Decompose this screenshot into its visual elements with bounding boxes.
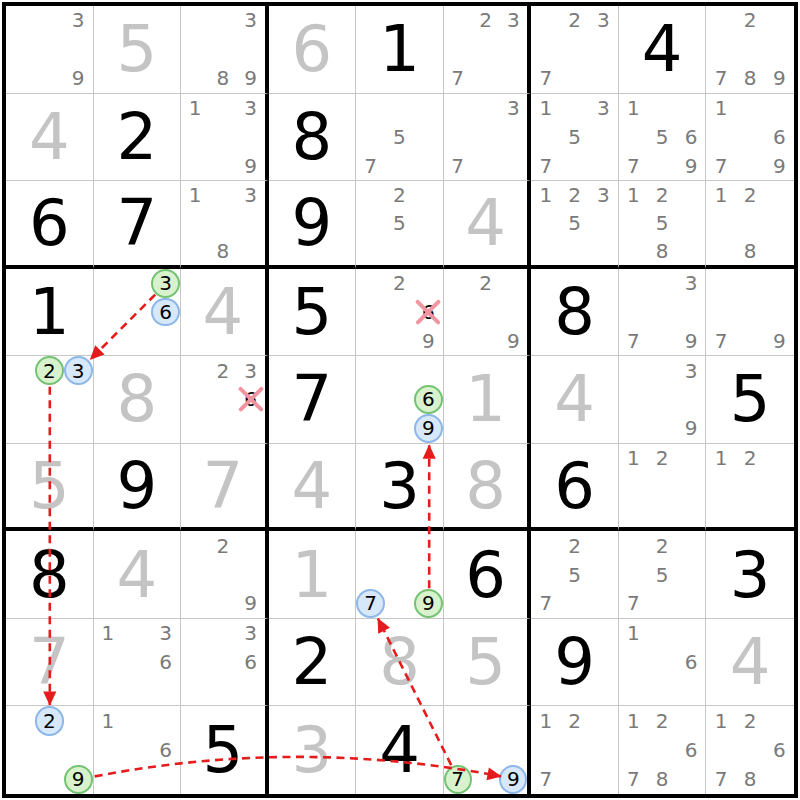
- candidate-9-blue-circle[interactable]: 9: [414, 414, 443, 443]
- cell-r8c9[interactable]: 4: [706, 619, 794, 707]
- cell-r5c8[interactable]: 39: [619, 356, 707, 444]
- candidate-9[interactable]: 9: [237, 151, 265, 180]
- cell-r4c1[interactable]: 1: [6, 269, 94, 357]
- cell-r3c9[interactable]: 128: [706, 181, 794, 269]
- solved-digit: 5: [94, 6, 181, 93]
- cell-r2c5[interactable]: 57: [356, 94, 444, 182]
- candidate-1[interactable]: 1: [94, 706, 123, 735]
- cell-r5c3[interactable]: 236: [181, 356, 269, 444]
- candidate-6[interactable]: 6: [237, 648, 265, 677]
- cell-r6c9[interactable]: 12: [706, 444, 794, 532]
- candidate-9[interactable]: 9: [765, 64, 794, 93]
- cell-r5c5[interactable]: 69: [356, 356, 444, 444]
- candidate-1[interactable]: 1: [531, 94, 560, 123]
- candidate-9[interactable]: 9: [765, 151, 794, 180]
- candidate-5[interactable]: 5: [385, 209, 414, 237]
- candidate-7[interactable]: 7: [619, 765, 648, 794]
- cell-r8c3[interactable]: 36: [181, 619, 269, 707]
- candidate-5[interactable]: 5: [648, 122, 677, 151]
- solved-digit: 4: [181, 269, 265, 356]
- given-digit: 2: [269, 619, 356, 706]
- candidate-5[interactable]: 5: [648, 560, 677, 589]
- cell-r5c6[interactable]: 1: [444, 356, 532, 444]
- cell-r4c7[interactable]: 8: [531, 269, 619, 357]
- cell-r8c5[interactable]: 8: [356, 619, 444, 707]
- cell-r7c9[interactable]: 3: [706, 531, 794, 619]
- cell-r5c1[interactable]: 23: [6, 356, 94, 444]
- solved-digit: 1: [269, 531, 356, 618]
- candidate-9[interactable]: 9: [64, 64, 93, 93]
- cell-r5c4[interactable]: 7: [269, 356, 357, 444]
- candidate-9-green-circle[interactable]: 9: [414, 589, 443, 618]
- cell-r2c8[interactable]: 15679: [619, 94, 707, 182]
- candidate-7[interactable]: 7: [619, 589, 648, 618]
- given-digit: 7: [269, 356, 356, 443]
- candidate-1[interactable]: 1: [531, 181, 560, 209]
- candidate-3[interactable]: 3: [499, 94, 527, 123]
- candidate-9[interactable]: 9: [677, 151, 706, 180]
- candidate-1[interactable]: 1: [531, 706, 560, 735]
- candidate-2[interactable]: 2: [736, 6, 765, 35]
- cell-r9c8[interactable]: 12678: [619, 706, 707, 794]
- cell-r4c6[interactable]: 29: [444, 269, 532, 357]
- candidate-1[interactable]: 1: [619, 706, 648, 735]
- cell-r9c5[interactable]: 4: [356, 706, 444, 794]
- cell-r9c2[interactable]: 16: [94, 706, 182, 794]
- candidate-7[interactable]: 7: [444, 64, 472, 93]
- candidate-1[interactable]: 1: [181, 94, 209, 123]
- candidate-3[interactable]: 3: [589, 181, 618, 209]
- solved-digit: 5: [6, 444, 93, 528]
- candidate-5[interactable]: 5: [560, 560, 589, 589]
- candidate-3[interactable]: 3: [677, 269, 706, 298]
- cell-r4c2[interactable]: 36: [94, 269, 182, 357]
- cell-r2c1[interactable]: 4: [6, 94, 94, 182]
- candidate-7[interactable]: 7: [356, 151, 385, 180]
- candidate-3[interactable]: 3: [589, 94, 618, 123]
- cell-r7c5[interactable]: 79: [356, 531, 444, 619]
- given-digit: 6: [444, 531, 528, 618]
- candidate-1[interactable]: 1: [619, 94, 648, 123]
- cell-r7c8[interactable]: 257: [619, 531, 707, 619]
- cell-r3c2[interactable]: 7: [94, 181, 182, 269]
- candidate-2[interactable]: 2: [648, 706, 677, 735]
- candidate-2[interactable]: 2: [209, 531, 237, 560]
- candidate-7[interactable]: 7: [531, 151, 560, 180]
- candidate-3[interactable]: 3: [499, 6, 527, 35]
- candidate-3[interactable]: 3: [237, 181, 265, 209]
- cell-r3c5[interactable]: 25: [356, 181, 444, 269]
- candidate-2[interactable]: 2: [472, 6, 500, 35]
- candidate-2[interactable]: 2: [736, 444, 765, 472]
- solved-digit: 4: [706, 619, 794, 706]
- candidate-5[interactable]: 5: [385, 122, 414, 151]
- solved-digit: 4: [269, 444, 356, 528]
- cell-r6c8[interactable]: 12: [619, 444, 707, 532]
- candidate-2[interactable]: 2: [472, 269, 500, 298]
- candidate-8[interactable]: 8: [648, 237, 677, 265]
- candidate-3[interactable]: 3: [237, 356, 265, 385]
- candidate-9[interactable]: 9: [237, 589, 265, 618]
- given-digit: 8: [269, 94, 356, 181]
- given-digit: 5: [269, 269, 356, 356]
- cell-r5c2[interactable]: 8: [94, 356, 182, 444]
- candidate-2[interactable]: 2: [385, 181, 414, 209]
- candidate-6[interactable]: 6: [677, 648, 706, 677]
- candidate-9[interactable]: 9: [677, 326, 706, 355]
- cell-r9c3[interactable]: 5: [181, 706, 269, 794]
- solved-digit: 8: [94, 356, 181, 443]
- candidate-9[interactable]: 9: [414, 326, 443, 355]
- candidate-3-blue-circle[interactable]: 3: [64, 356, 93, 385]
- given-digit: 5: [706, 356, 794, 443]
- candidate-7-blue-circle[interactable]: 7: [356, 589, 385, 618]
- candidate-6-green-circle[interactable]: 6: [414, 385, 443, 414]
- solved-digit: 8: [444, 444, 528, 528]
- solved-digit: 4: [94, 531, 181, 618]
- candidate-7[interactable]: 7: [619, 151, 648, 180]
- cell-r8c2[interactable]: 136: [94, 619, 182, 707]
- cell-r3c1[interactable]: 6: [6, 181, 94, 269]
- candidate-9-blue-circle[interactable]: 9: [499, 765, 527, 794]
- candidate-2[interactable]: 2: [736, 181, 765, 209]
- given-digit: 2: [94, 94, 181, 181]
- given-digit: 9: [269, 181, 356, 265]
- solved-digit: 4: [6, 94, 93, 181]
- candidate-3[interactable]: 3: [151, 619, 180, 648]
- cell-r2c3[interactable]: 139: [181, 94, 269, 182]
- cell-r1c7[interactable]: 237: [531, 6, 619, 94]
- cell-r6c5[interactable]: 3: [356, 444, 444, 532]
- cell-r7c1[interactable]: 8: [6, 531, 94, 619]
- cell-r1c9[interactable]: 2789: [706, 6, 794, 94]
- given-digit: 1: [6, 269, 93, 356]
- candidate-1[interactable]: 1: [706, 706, 735, 735]
- candidate-8[interactable]: 8: [209, 64, 237, 93]
- cell-r9c4[interactable]: 3: [269, 706, 357, 794]
- candidate-6[interactable]: 6: [765, 122, 794, 151]
- candidate-2-blue-circle[interactable]: 2: [35, 706, 64, 735]
- cell-r4c5[interactable]: 269: [356, 269, 444, 357]
- candidate-9-green-circle[interactable]: 9: [64, 765, 93, 794]
- cell-r8c8[interactable]: 16: [619, 619, 707, 707]
- cell-r8c1[interactable]: 7: [6, 619, 94, 707]
- candidate-3-green-circle[interactable]: 3: [151, 269, 180, 298]
- candidate-5[interactable]: 5: [648, 209, 677, 237]
- given-digit: 5: [181, 706, 265, 794]
- candidate-2[interactable]: 2: [648, 181, 677, 209]
- candidate-7[interactable]: 7: [531, 589, 560, 618]
- candidate-2[interactable]: 2: [560, 181, 589, 209]
- candidate-2[interactable]: 2: [560, 706, 589, 735]
- solved-digit: 4: [531, 356, 618, 443]
- candidate-3[interactable]: 3: [589, 6, 618, 35]
- candidate-7[interactable]: 7: [531, 64, 560, 93]
- candidate-1[interactable]: 1: [619, 619, 648, 648]
- cell-r3c4[interactable]: 9: [269, 181, 357, 269]
- candidate-1[interactable]: 1: [94, 619, 123, 648]
- cell-r2c6[interactable]: 37: [444, 94, 532, 182]
- candidate-1[interactable]: 1: [706, 94, 735, 123]
- cell-r2c7[interactable]: 1357: [531, 94, 619, 182]
- cell-r4c9[interactable]: 79: [706, 269, 794, 357]
- candidate-6[interactable]: 6: [765, 736, 794, 765]
- candidate-3[interactable]: 3: [237, 94, 265, 123]
- given-digit: 8: [6, 531, 93, 618]
- cell-r7c4[interactable]: 1: [269, 531, 357, 619]
- candidate-9[interactable]: 9: [765, 326, 794, 355]
- cell-r5c9[interactable]: 5: [706, 356, 794, 444]
- candidate-1[interactable]: 1: [619, 444, 648, 472]
- candidate-3[interactable]: 3: [237, 6, 265, 35]
- candidate-1[interactable]: 1: [706, 181, 735, 209]
- candidate-2[interactable]: 2: [560, 6, 589, 35]
- cell-r9c1[interactable]: 29: [6, 706, 94, 794]
- cell-r8c7[interactable]: 9: [531, 619, 619, 707]
- candidate-3[interactable]: 3: [677, 356, 706, 385]
- candidate-5[interactable]: 5: [560, 209, 589, 237]
- candidate-7[interactable]: 7: [706, 765, 735, 794]
- cell-r1c5[interactable]: 1: [356, 6, 444, 94]
- cell-r5c7[interactable]: 4: [531, 356, 619, 444]
- cell-r8c4[interactable]: 2: [269, 619, 357, 707]
- given-digit: 1: [356, 6, 443, 93]
- candidate-1[interactable]: 1: [706, 444, 735, 472]
- candidate-2[interactable]: 2: [209, 356, 237, 385]
- candidate-1[interactable]: 1: [619, 181, 648, 209]
- given-digit: 9: [531, 619, 618, 706]
- cell-r6c6[interactable]: 8: [444, 444, 532, 532]
- candidate-9[interactable]: 9: [677, 414, 706, 443]
- cell-r2c9[interactable]: 1679: [706, 94, 794, 182]
- candidate-6-eliminated[interactable]: 6: [414, 298, 443, 327]
- cell-r9c6[interactable]: 79: [444, 706, 532, 794]
- cell-r4c4[interactable]: 5: [269, 269, 357, 357]
- candidate-8[interactable]: 8: [736, 64, 765, 93]
- given-digit: 3: [356, 444, 443, 528]
- candidate-7[interactable]: 7: [531, 765, 560, 794]
- candidate-3[interactable]: 3: [64, 6, 93, 35]
- cell-r6c2[interactable]: 9: [94, 444, 182, 532]
- candidate-6-blue-circle[interactable]: 6: [151, 298, 180, 327]
- sudoku-board: 3953896123723742789421398573713571567916…: [2, 2, 798, 798]
- candidate-6[interactable]: 6: [151, 648, 180, 677]
- candidate-8[interactable]: 8: [209, 237, 237, 265]
- solved-digit: 4: [444, 181, 528, 265]
- candidate-6-eliminated[interactable]: 6: [237, 385, 265, 414]
- cell-r7c2[interactable]: 4: [94, 531, 182, 619]
- cell-r6c1[interactable]: 5: [6, 444, 94, 532]
- cell-r2c2[interactable]: 2: [94, 94, 182, 182]
- cell-r3c7[interactable]: 1235: [531, 181, 619, 269]
- candidate-7[interactable]: 7: [706, 326, 735, 355]
- candidate-2[interactable]: 2: [560, 531, 589, 560]
- given-digit: 6: [531, 444, 618, 528]
- candidate-2[interactable]: 2: [736, 706, 765, 735]
- cell-r7c7[interactable]: 257: [531, 531, 619, 619]
- cell-r1c3[interactable]: 389: [181, 6, 269, 94]
- candidate-9[interactable]: 9: [237, 64, 265, 93]
- cell-r4c8[interactable]: 379: [619, 269, 707, 357]
- solved-digit: 8: [356, 619, 443, 706]
- cell-r1c4[interactable]: 6: [269, 6, 357, 94]
- cell-r3c6[interactable]: 4: [444, 181, 532, 269]
- candidate-2-green-circle[interactable]: 2: [35, 356, 64, 385]
- cell-r2c4[interactable]: 8: [269, 94, 357, 182]
- candidate-8[interactable]: 8: [736, 237, 765, 265]
- candidate-7[interactable]: 7: [444, 151, 472, 180]
- candidate-6[interactable]: 6: [151, 736, 180, 765]
- given-digit: 9: [94, 444, 181, 528]
- cell-r3c3[interactable]: 138: [181, 181, 269, 269]
- cell-r7c6[interactable]: 6: [444, 531, 532, 619]
- given-digit: 4: [356, 706, 443, 794]
- candidate-2[interactable]: 2: [385, 269, 414, 298]
- candidate-9[interactable]: 9: [499, 326, 527, 355]
- given-digit: 4: [619, 6, 706, 93]
- candidate-2[interactable]: 2: [648, 444, 677, 472]
- given-digit: 3: [706, 531, 794, 618]
- solved-digit: 5: [444, 619, 528, 706]
- candidate-6[interactable]: 6: [677, 736, 706, 765]
- solved-digit: 1: [444, 356, 528, 443]
- candidate-5[interactable]: 5: [560, 122, 589, 151]
- candidate-7-green-circle[interactable]: 7: [444, 765, 472, 794]
- candidate-2[interactable]: 2: [648, 531, 677, 560]
- cell-r3c8[interactable]: 1258: [619, 181, 707, 269]
- given-digit: 7: [94, 181, 181, 265]
- cell-r1c2[interactable]: 5: [94, 6, 182, 94]
- solved-digit: 3: [269, 706, 356, 794]
- candidate-3[interactable]: 3: [237, 619, 265, 648]
- cell-r9c7[interactable]: 127: [531, 706, 619, 794]
- cell-r6c7[interactable]: 6: [531, 444, 619, 532]
- candidate-8[interactable]: 8: [736, 765, 765, 794]
- candidate-7[interactable]: 7: [619, 326, 648, 355]
- cell-r6c4[interactable]: 4: [269, 444, 357, 532]
- solved-digit: 6: [269, 6, 356, 93]
- candidate-6[interactable]: 6: [677, 122, 706, 151]
- candidate-1[interactable]: 1: [181, 181, 209, 209]
- cell-r7c3[interactable]: 29: [181, 531, 269, 619]
- cell-r9c9[interactable]: 12678: [706, 706, 794, 794]
- candidate-8[interactable]: 8: [648, 765, 677, 794]
- candidate-7[interactable]: 7: [706, 151, 735, 180]
- cell-r1c8[interactable]: 4: [619, 6, 707, 94]
- solved-digit: 7: [6, 619, 93, 706]
- solved-digit: 7: [181, 444, 265, 528]
- cell-r6c3[interactable]: 7: [181, 444, 269, 532]
- cell-r4c3[interactable]: 4: [181, 269, 269, 357]
- cell-r8c6[interactable]: 5: [444, 619, 532, 707]
- given-digit: 8: [531, 269, 618, 356]
- candidate-7[interactable]: 7: [706, 64, 735, 93]
- given-digit: 6: [6, 181, 93, 265]
- cell-r1c6[interactable]: 237: [444, 6, 532, 94]
- cell-r1c1[interactable]: 39: [6, 6, 94, 94]
